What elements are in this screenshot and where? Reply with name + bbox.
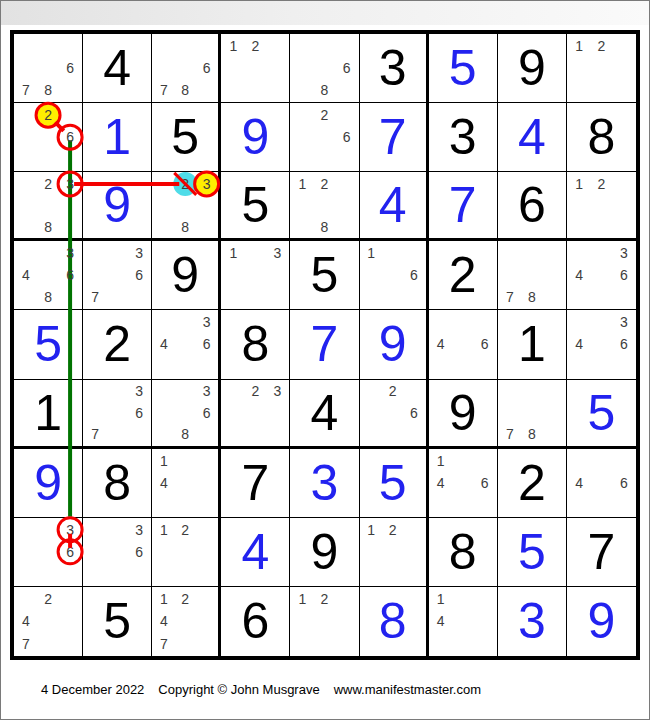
- cell-r2c7[interactable]: 3: [429, 103, 498, 172]
- cell-r6c4[interactable]: 23: [221, 380, 290, 449]
- cell-r3c7[interactable]: 7: [429, 172, 498, 241]
- candidate-digit[interactable]: 2: [313, 173, 335, 194]
- cell-r8c3[interactable]: 12: [152, 518, 221, 587]
- candidate-digit[interactable]: 1: [153, 588, 174, 610]
- cell-r9c3[interactable]: 1247: [152, 587, 221, 656]
- candidate-digit[interactable]: 4: [15, 610, 37, 632]
- candidate-digit[interactable]: 8: [175, 216, 196, 237]
- candidate-digit[interactable]: 3: [59, 173, 81, 194]
- candidate-digit[interactable]: 6: [336, 57, 358, 79]
- cell-r9c6[interactable]: 8: [360, 587, 429, 656]
- solved-digit: 2: [498, 449, 566, 517]
- solved-digit: 9: [360, 310, 426, 378]
- candidate-digit[interactable]: 6: [613, 264, 635, 286]
- cell-r9c1[interactable]: 247: [14, 587, 83, 656]
- candidate-digit[interactable]: 2: [313, 588, 335, 610]
- candidate-digit[interactable]: 1: [361, 242, 382, 264]
- candidate-digit[interactable]: 4: [430, 610, 452, 632]
- candidate-digit[interactable]: 8: [521, 423, 543, 444]
- candidate-digit[interactable]: 6: [59, 126, 81, 148]
- candidate-digit[interactable]: 3: [59, 519, 81, 541]
- cell-r5c7[interactable]: 46: [429, 310, 498, 379]
- candidate-digit[interactable]: 4: [430, 472, 452, 494]
- cell-r3c4[interactable]: 5: [221, 172, 290, 241]
- title-bar: [1, 1, 649, 25]
- footer-website: www.manifestmaster.com: [334, 682, 481, 697]
- cell-r8c9[interactable]: 7: [567, 518, 636, 587]
- cell-r3c8[interactable]: 6: [498, 172, 567, 241]
- solved-digit: 1: [14, 380, 82, 446]
- candidate-digit[interactable]: 8: [175, 423, 196, 444]
- solved-digit: 3: [360, 34, 426, 102]
- cell-r7c8[interactable]: 2: [498, 449, 567, 518]
- solved-digit: 6: [221, 587, 289, 656]
- solved-digit: 4: [221, 518, 289, 586]
- solved-digit: 9: [290, 518, 358, 586]
- candidate-digit[interactable]: 4: [153, 472, 174, 494]
- cell-r7c1[interactable]: 9: [14, 449, 83, 518]
- cell-r7c3[interactable]: 14: [152, 449, 221, 518]
- cell-r4c2[interactable]: 367: [83, 241, 152, 310]
- cell-r5c4[interactable]: 8: [221, 310, 290, 379]
- solved-digit: 4: [290, 380, 358, 446]
- cell-r6c3[interactable]: 368: [152, 380, 221, 449]
- cell-r3c6[interactable]: 4: [360, 172, 429, 241]
- cell-r8c1[interactable]: 36: [14, 518, 83, 587]
- candidate-digit[interactable]: 7: [84, 286, 106, 308]
- solved-digit: 4: [360, 172, 426, 238]
- cell-r3c2[interactable]: 9: [83, 172, 152, 241]
- solved-digit: 2: [429, 241, 497, 309]
- cell-r4c7[interactable]: 2: [429, 241, 498, 310]
- cell-r1c6[interactable]: 3: [360, 34, 429, 103]
- candidate-digit[interactable]: 2: [175, 588, 196, 610]
- candidate-digit[interactable]: 6: [128, 541, 150, 563]
- candidate-digit[interactable]: 7: [84, 423, 106, 444]
- cell-r2c8[interactable]: 4: [498, 103, 567, 172]
- candidate-digit[interactable]: 8: [521, 286, 543, 308]
- solved-digit: 8: [429, 518, 497, 586]
- candidate-digit[interactable]: 3: [196, 381, 217, 402]
- candidate-digit[interactable]: 2: [382, 381, 403, 402]
- cell-r2c1[interactable]: 26: [14, 103, 83, 172]
- footer: 4 December 2022 Copyright © John Musgrav…: [41, 682, 481, 697]
- cell-r3c1[interactable]: 238: [14, 172, 83, 241]
- cell-r6c2[interactable]: 367: [83, 380, 152, 449]
- solved-digit: 5: [567, 380, 636, 446]
- cell-r8c8[interactable]: 5: [498, 518, 567, 587]
- cell-r3c5[interactable]: 128: [290, 172, 359, 241]
- candidate-digit[interactable]: 3: [128, 519, 150, 541]
- candidate-digit[interactable]: 7: [499, 423, 521, 444]
- candidate-digit[interactable]: 1: [153, 519, 174, 541]
- candidate-digit[interactable]: 4: [568, 264, 590, 286]
- cell-r2c4[interactable]: 9: [221, 103, 290, 172]
- cell-r1c5[interactable]: 68: [290, 34, 359, 103]
- candidate-digit[interactable]: 7: [153, 79, 174, 101]
- solved-digit: 9: [221, 103, 289, 171]
- candidate-digit[interactable]: 6: [59, 541, 81, 563]
- solved-digit: 3: [290, 449, 358, 517]
- cell-r3c9[interactable]: 12: [567, 172, 636, 241]
- solved-digit: 4: [83, 34, 151, 102]
- cell-r1c9[interactable]: 12: [567, 34, 636, 103]
- solved-digit: 5: [152, 103, 218, 171]
- candidate-digit[interactable]: 7: [499, 286, 521, 308]
- cell-r5c2[interactable]: 2: [83, 310, 152, 379]
- solved-digit: 5: [498, 518, 566, 586]
- candidate-digit[interactable]: 1: [222, 35, 244, 57]
- cell-r4c5[interactable]: 5: [290, 241, 359, 310]
- candidate-digit[interactable]: 8: [37, 286, 59, 308]
- cell-r7c7[interactable]: 146: [429, 449, 498, 518]
- solved-digit: 7: [290, 310, 358, 378]
- candidate-digit[interactable]: 1: [291, 588, 313, 610]
- candidate-digit[interactable]: 3: [196, 311, 217, 333]
- candidate-digit[interactable]: 3: [128, 381, 150, 402]
- candidate-digit[interactable]: 2: [175, 173, 196, 194]
- cell-r5c9[interactable]: 346: [567, 310, 636, 379]
- candidate-digit[interactable]: 2: [244, 35, 266, 57]
- candidate-digit[interactable]: 4: [568, 333, 590, 355]
- cell-r1c7[interactable]: 5: [429, 34, 498, 103]
- solved-digit: 8: [567, 103, 636, 171]
- solved-digit: 9: [152, 241, 218, 309]
- candidate-digit[interactable]: 8: [175, 79, 196, 101]
- candidate-digit[interactable]: 1: [222, 242, 244, 264]
- board-wrap: 6784678126835912261592673482389238512847…: [10, 30, 640, 660]
- candidate-digit[interactable]: 2: [313, 104, 335, 126]
- candidate-digit[interactable]: 2: [37, 173, 59, 194]
- candidate-digit[interactable]: 4: [15, 264, 37, 286]
- page: 6784678126835912261592673482389238512847…: [0, 0, 650, 720]
- solved-digit: 7: [567, 518, 636, 586]
- cell-r4c4[interactable]: 13: [221, 241, 290, 310]
- cell-r6c1[interactable]: 1: [14, 380, 83, 449]
- candidate-digit[interactable]: 1: [291, 173, 313, 194]
- candidate-digit[interactable]: 6: [196, 333, 217, 355]
- candidate-digit[interactable]: 6: [474, 472, 496, 494]
- cell-r7c5[interactable]: 3: [290, 449, 359, 518]
- candidate-digit[interactable]: 2: [175, 519, 196, 541]
- cell-r6c8[interactable]: 78: [498, 380, 567, 449]
- candidate-digit[interactable]: 6: [403, 264, 424, 286]
- candidate-digit[interactable]: 3: [613, 242, 635, 264]
- candidate-digit[interactable]: 1: [430, 450, 452, 472]
- cell-r4c8[interactable]: 78: [498, 241, 567, 310]
- solved-digit: 8: [83, 449, 151, 517]
- solved-digit: 1: [498, 310, 566, 378]
- cell-r1c3[interactable]: 678: [152, 34, 221, 103]
- footer-copyright: Copyright © John Musgrave: [158, 682, 319, 697]
- solved-digit: 7: [221, 449, 289, 517]
- cell-r7c2[interactable]: 8: [83, 449, 152, 518]
- candidate-digit[interactable]: 3: [266, 381, 288, 402]
- candidate-digit[interactable]: 2: [590, 35, 612, 57]
- cell-r6c9[interactable]: 5: [567, 380, 636, 449]
- candidate-digit[interactable]: 7: [153, 633, 174, 655]
- solved-digit: 9: [498, 34, 566, 102]
- candidate-digit[interactable]: 6: [613, 472, 635, 494]
- cell-r9c2[interactable]: 5: [83, 587, 152, 656]
- cell-r1c1[interactable]: 678: [14, 34, 83, 103]
- cell-r6c6[interactable]: 26: [360, 380, 429, 449]
- cell-r1c4[interactable]: 12: [221, 34, 290, 103]
- solved-digit: 5: [290, 241, 358, 309]
- candidate-digit[interactable]: 3: [128, 242, 150, 264]
- cell-r4c6[interactable]: 16: [360, 241, 429, 310]
- candidate-digit[interactable]: 7: [15, 633, 37, 655]
- cell-r5c5[interactable]: 7: [290, 310, 359, 379]
- solved-digit: 7: [429, 172, 497, 238]
- candidate-digit[interactable]: 8: [37, 79, 59, 101]
- candidate-digit[interactable]: 7: [15, 79, 37, 101]
- cell-r1c8[interactable]: 9: [498, 34, 567, 103]
- candidate-digit[interactable]: 2: [37, 104, 59, 126]
- candidate-digit[interactable]: 6: [613, 333, 635, 355]
- candidate-digit[interactable]: 2: [37, 588, 59, 610]
- solved-digit: 5: [83, 587, 151, 656]
- footer-date: 4 December 2022: [41, 682, 144, 697]
- cell-r5c8[interactable]: 1: [498, 310, 567, 379]
- solved-digit: 5: [360, 449, 426, 517]
- candidate-digit[interactable]: 6: [336, 126, 358, 148]
- candidate-digit[interactable]: 1: [361, 519, 382, 541]
- candidate-digit[interactable]: 2: [590, 173, 612, 194]
- cell-r9c7[interactable]: 14: [429, 587, 498, 656]
- cell-r9c9[interactable]: 9: [567, 587, 636, 656]
- candidate-digit[interactable]: 4: [153, 333, 174, 355]
- cell-r5c3[interactable]: 346: [152, 310, 221, 379]
- candidate-digit[interactable]: 1: [568, 35, 590, 57]
- sudoku-board: 6784678126835912261592673482389238512847…: [10, 30, 640, 660]
- cell-r5c6[interactable]: 9: [360, 310, 429, 379]
- cell-r7c6[interactable]: 5: [360, 449, 429, 518]
- candidate-digit[interactable]: 8: [313, 216, 335, 237]
- solved-digit: 9: [83, 172, 151, 238]
- candidate-digit[interactable]: 6: [59, 264, 81, 286]
- cell-r7c4[interactable]: 7: [221, 449, 290, 518]
- cell-r4c3[interactable]: 9: [152, 241, 221, 310]
- solved-digit: 5: [429, 34, 497, 102]
- cell-r8c6[interactable]: 12: [360, 518, 429, 587]
- candidate-digit[interactable]: 6: [128, 402, 150, 423]
- solved-digit: 1: [83, 103, 151, 171]
- solved-digit: 6: [498, 172, 566, 238]
- solved-digit: 3: [498, 587, 566, 656]
- candidate-digit[interactable]: 3: [613, 311, 635, 333]
- cell-r5c1[interactable]: 5: [14, 310, 83, 379]
- cell-r8c7[interactable]: 8: [429, 518, 498, 587]
- solved-digit: 5: [221, 172, 289, 238]
- cell-r8c5[interactable]: 9: [290, 518, 359, 587]
- solved-digit: 3: [429, 103, 497, 171]
- cell-r6c5[interactable]: 4: [290, 380, 359, 449]
- cell-r4c1[interactable]: 3468: [14, 241, 83, 310]
- solved-digit: 7: [360, 103, 426, 171]
- candidate-digit[interactable]: 6: [196, 57, 217, 79]
- cell-r7c9[interactable]: 46: [567, 449, 636, 518]
- candidate-digit[interactable]: 6: [59, 57, 81, 79]
- cell-r1c2[interactable]: 4: [83, 34, 152, 103]
- cell-r4c9[interactable]: 346: [567, 241, 636, 310]
- cell-r9c5[interactable]: 12: [290, 587, 359, 656]
- candidate-digit[interactable]: 1: [153, 450, 174, 472]
- candidate-digit[interactable]: 8: [313, 79, 335, 101]
- cell-r8c4[interactable]: 4: [221, 518, 290, 587]
- cell-r3c3[interactable]: 238: [152, 172, 221, 241]
- solved-digit: 8: [360, 587, 426, 656]
- cell-r9c4[interactable]: 6: [221, 587, 290, 656]
- candidate-digit[interactable]: 2: [382, 519, 403, 541]
- solved-digit: 4: [498, 103, 566, 171]
- candidate-digit[interactable]: 4: [153, 610, 174, 632]
- cell-r2c9[interactable]: 8: [567, 103, 636, 172]
- candidate-digit[interactable]: 6: [403, 402, 424, 423]
- solved-digit: 9: [14, 449, 82, 517]
- solved-digit: 9: [429, 380, 497, 446]
- candidate-digit[interactable]: 3: [196, 173, 217, 194]
- candidate-digit[interactable]: 4: [568, 472, 590, 494]
- candidate-digit[interactable]: 3: [59, 242, 81, 264]
- cell-r2c6[interactable]: 7: [360, 103, 429, 172]
- cell-r9c8[interactable]: 3: [498, 587, 567, 656]
- cell-r2c5[interactable]: 26: [290, 103, 359, 172]
- cell-r6c7[interactable]: 9: [429, 380, 498, 449]
- candidate-digit[interactable]: 2: [244, 381, 266, 402]
- solved-digit: 5: [14, 310, 82, 378]
- cell-r2c2[interactable]: 1: [83, 103, 152, 172]
- candidate-digit[interactable]: 1: [430, 588, 452, 610]
- candidate-digit[interactable]: 6: [474, 333, 496, 355]
- candidate-digit[interactable]: 8: [37, 216, 59, 237]
- candidate-digit[interactable]: 1: [568, 173, 590, 194]
- candidate-digit[interactable]: 6: [128, 264, 150, 286]
- cell-r2c3[interactable]: 5: [152, 103, 221, 172]
- solved-digit: 2: [83, 310, 151, 378]
- candidate-digit[interactable]: 6: [196, 402, 217, 423]
- cell-r8c2[interactable]: 36: [83, 518, 152, 587]
- solved-digit: 9: [567, 587, 636, 656]
- candidate-digit[interactable]: 4: [430, 333, 452, 355]
- solved-digit: 8: [221, 310, 289, 378]
- candidate-digit[interactable]: 3: [266, 242, 288, 264]
